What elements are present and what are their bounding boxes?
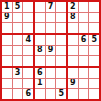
- cell-r5c8[interactable]: [79, 46, 89, 56]
- cell-r2c8[interactable]: [79, 13, 89, 23]
- cell-r8c1[interactable]: [2, 79, 12, 89]
- cell-r1c4[interactable]: [35, 2, 45, 12]
- cell-r9c8[interactable]: [79, 89, 89, 99]
- cell-r1c7: 2: [68, 2, 78, 12]
- cell-r9c2[interactable]: [13, 89, 23, 99]
- cell-r3c7[interactable]: [68, 23, 78, 33]
- box-r1c2: 7: [35, 2, 66, 33]
- cell-r7c9[interactable]: [89, 68, 99, 78]
- box-r2c3: 65: [68, 35, 99, 66]
- cell-r9c3: 6: [23, 89, 33, 99]
- cell-r5c3[interactable]: [23, 46, 33, 56]
- cell-r2c9[interactable]: [89, 13, 99, 23]
- cell-r5c4: 8: [35, 46, 45, 56]
- cell-r2c3[interactable]: [23, 13, 33, 23]
- cell-r6c1[interactable]: [2, 56, 12, 66]
- cell-r5c9[interactable]: [89, 46, 99, 56]
- cell-r7c8[interactable]: [79, 68, 89, 78]
- cell-r5c1[interactable]: [2, 46, 12, 56]
- cell-r2c6[interactable]: [56, 13, 66, 23]
- cell-r1c3[interactable]: [23, 2, 33, 12]
- cell-r3c3[interactable]: [23, 23, 33, 33]
- cell-r4c9: 5: [89, 35, 99, 45]
- cell-r8c2[interactable]: [13, 79, 23, 89]
- cell-r1c2: 5: [13, 2, 23, 12]
- cell-r5c2[interactable]: [13, 46, 23, 56]
- cell-r2c7: 8: [68, 13, 78, 23]
- cell-r4c8: 6: [79, 35, 89, 45]
- cell-r9c4[interactable]: [35, 89, 45, 99]
- cell-r9c9[interactable]: [89, 89, 99, 99]
- cell-r5c7[interactable]: [68, 46, 78, 56]
- cell-r5c5: 9: [46, 46, 56, 56]
- cell-r8c8[interactable]: [79, 79, 89, 89]
- cell-r9c1[interactable]: [2, 89, 12, 99]
- cell-r4c1[interactable]: [2, 35, 12, 45]
- box-r1c1: 159: [2, 2, 33, 33]
- sudoku-board: 15972848965366159: [0, 0, 101, 101]
- cell-r9c5[interactable]: [46, 89, 56, 99]
- cell-r3c5[interactable]: [46, 23, 56, 33]
- box-r2c2: 89: [35, 35, 66, 66]
- cell-r4c3: 4: [23, 35, 33, 45]
- cell-r7c1[interactable]: [2, 68, 12, 78]
- cell-r4c6[interactable]: [56, 35, 66, 45]
- cell-r8c5[interactable]: [46, 79, 56, 89]
- cell-r8c9[interactable]: [89, 79, 99, 89]
- cell-r8c4: 1: [35, 79, 45, 89]
- cell-r9c7[interactable]: [68, 89, 78, 99]
- cell-r6c7[interactable]: [68, 56, 78, 66]
- cell-r8c7: 9: [68, 79, 78, 89]
- cell-r2c1: 9: [2, 13, 12, 23]
- cell-r3c2[interactable]: [13, 23, 23, 33]
- cell-r6c4[interactable]: [35, 56, 45, 66]
- cell-r3c4[interactable]: [35, 23, 45, 33]
- cell-r4c2[interactable]: [13, 35, 23, 45]
- cell-r1c5: 7: [46, 2, 56, 12]
- cell-r9c6: 5: [56, 89, 66, 99]
- cell-r2c4[interactable]: [35, 13, 45, 23]
- box-r3c3: 9: [68, 68, 99, 99]
- cell-r1c6[interactable]: [56, 2, 66, 12]
- cell-r2c2[interactable]: [13, 13, 23, 23]
- cell-r7c7[interactable]: [68, 68, 78, 78]
- cell-r7c3[interactable]: [23, 68, 33, 78]
- cell-r1c9[interactable]: [89, 2, 99, 12]
- cell-r3c6[interactable]: [56, 23, 66, 33]
- cell-r6c3[interactable]: [23, 56, 33, 66]
- box-r3c2: 615: [35, 68, 66, 99]
- cell-r3c8[interactable]: [79, 23, 89, 33]
- cell-r7c2: 3: [13, 68, 23, 78]
- cell-r6c2[interactable]: [13, 56, 23, 66]
- cell-r8c3[interactable]: [23, 79, 33, 89]
- cell-r2c5[interactable]: [46, 13, 56, 23]
- cell-r1c8[interactable]: [79, 2, 89, 12]
- box-r1c3: 28: [68, 2, 99, 33]
- cell-r3c9[interactable]: [89, 23, 99, 33]
- cell-r6c5[interactable]: [46, 56, 56, 66]
- cell-r7c6[interactable]: [56, 68, 66, 78]
- box-r3c1: 36: [2, 68, 33, 99]
- cell-r5c6[interactable]: [56, 46, 66, 56]
- cell-r6c8[interactable]: [79, 56, 89, 66]
- cell-r4c5[interactable]: [46, 35, 56, 45]
- cell-r1c1: 1: [2, 2, 12, 12]
- cell-r6c9[interactable]: [89, 56, 99, 66]
- cell-r4c4[interactable]: [35, 35, 45, 45]
- cell-r4c7[interactable]: [68, 35, 78, 45]
- cell-r3c1[interactable]: [2, 23, 12, 33]
- cell-r6c6[interactable]: [56, 56, 66, 66]
- box-r2c1: 4: [2, 35, 33, 66]
- cell-r7c4: 6: [35, 68, 45, 78]
- cell-r7c5[interactable]: [46, 68, 56, 78]
- cell-r8c6[interactable]: [56, 79, 66, 89]
